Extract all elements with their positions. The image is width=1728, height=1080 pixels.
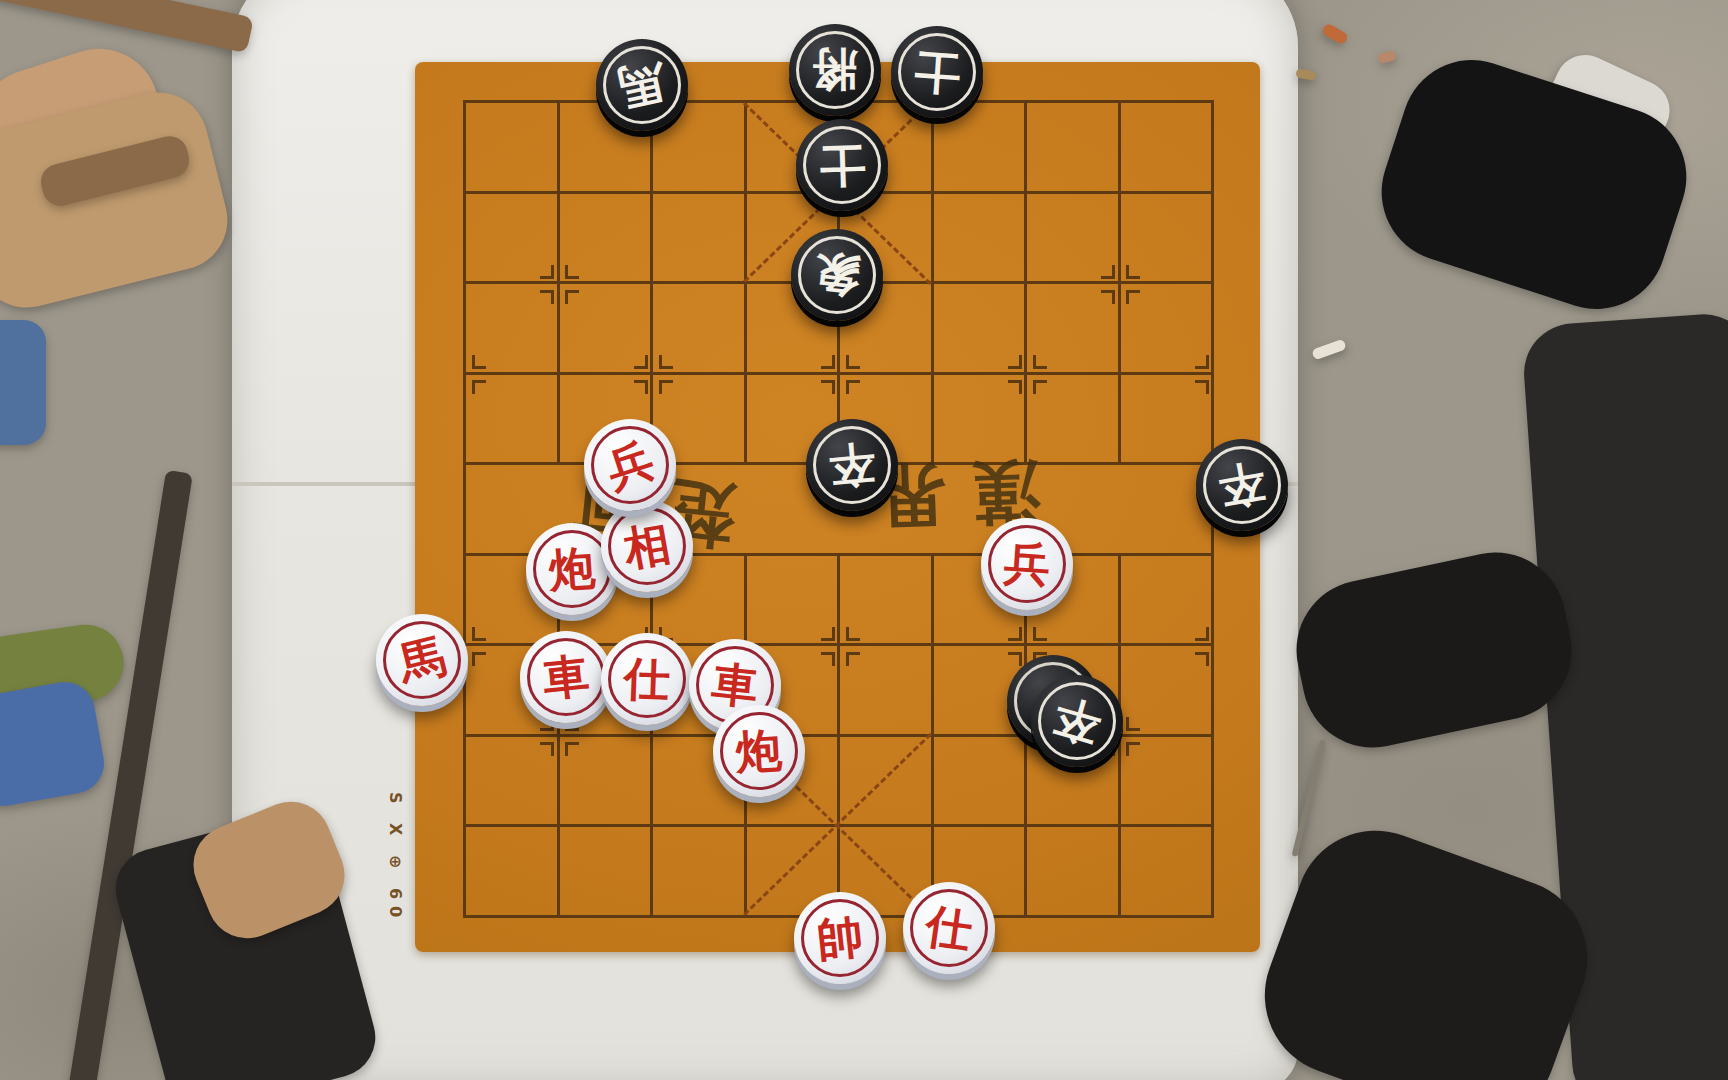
piece-red-elephant[interactable]: 相 [601,500,693,592]
street-xiangqi-photo: 楚河 漢界 S X ⊕ 60 馬將士士象卒卒卒炮相兵兵馬車仕車炮帥仕 [0,0,1728,1080]
point-marker-corner [634,380,648,394]
piece-character: 車 [710,659,761,710]
point-marker-corner [1126,265,1140,279]
point-marker-corner [1101,265,1115,279]
piece-red-advisor[interactable]: 仕 [903,882,995,974]
piece-character: 兵 [1002,539,1051,588]
piece-character: 士 [912,47,961,96]
piece-red-soldier[interactable]: 兵 [584,419,676,511]
piece-character: 車 [541,651,592,702]
point-marker-corner [846,380,860,394]
grid-line-v [557,100,560,462]
piece-character: 馬 [614,57,669,112]
grid-line-v [1118,100,1121,462]
point-marker-corner [1126,742,1140,756]
point-marker-corner [1008,652,1022,666]
piece-black-general[interactable]: 將 [789,24,881,116]
point-marker-corner [540,265,554,279]
point-marker-corner [1195,627,1209,641]
piece-black-soldier[interactable]: 卒 [806,419,898,511]
point-marker-corner [659,380,673,394]
point-marker-corner [1033,355,1047,369]
grid-line-v [650,553,653,915]
point-marker-corner [821,380,835,394]
piece-character: 卒 [1215,458,1268,511]
point-marker-corner [472,380,486,394]
debris-3 [1295,68,1316,80]
point-marker-corner [846,355,860,369]
wood-stick [0,0,254,53]
point-marker-corner [659,355,673,369]
point-marker-corner [1126,717,1140,731]
blue-object [0,320,46,445]
grid-line-v [650,100,653,462]
point-marker-corner [1126,290,1140,304]
piece-character: 將 [812,47,858,93]
cigarette-butt [1311,339,1347,361]
piece-black-soldier[interactable]: 卒 [1196,439,1288,531]
piece-black-horse[interactable]: 馬 [596,39,688,131]
point-marker-corner [472,355,486,369]
piece-character: 炮 [547,544,596,593]
point-marker-corner [1008,355,1022,369]
point-marker-corner [1195,380,1209,394]
piece-character: 相 [620,519,673,572]
point-marker-corner [472,627,486,641]
point-marker-corner [565,265,579,279]
piece-black-advisor[interactable]: 士 [891,26,983,118]
board-stamp: S X ⊕ 60 [386,792,405,924]
point-marker-corner [846,652,860,666]
point-marker-corner [1033,380,1047,394]
piece-black-advisor[interactable]: 士 [796,119,888,211]
piece-black-elephant[interactable]: 象 [791,229,883,321]
grid-line-v [463,100,466,915]
point-marker-corner [1008,627,1022,641]
point-marker-corner [821,355,835,369]
piece-red-chariot[interactable]: 車 [520,631,612,723]
piece-red-advisor[interactable]: 仕 [601,633,693,725]
black-shoe-mid-right [1284,540,1585,761]
point-marker-corner [846,627,860,641]
piece-character: 仕 [923,902,975,954]
point-marker-corner [634,355,648,369]
piece-red-cannon[interactable]: 炮 [713,705,805,797]
piece-character: 象 [811,249,862,300]
piece-character: 士 [818,141,866,189]
piece-red-soldier[interactable]: 兵 [981,518,1073,610]
piece-character: 卒 [827,440,877,490]
point-marker-corner [1008,380,1022,394]
piece-black-soldier[interactable]: 卒 [1031,675,1123,767]
piece-character: 帥 [814,913,865,964]
table-fold-seam-left [232,482,417,486]
point-marker-corner [1195,652,1209,666]
grid-line-v [1024,100,1027,462]
piece-character: 仕 [623,655,671,703]
grid-line-v [837,553,840,915]
point-marker-corner [821,652,835,666]
point-marker-corner [540,290,554,304]
point-marker-corner [565,742,579,756]
piece-red-horse[interactable]: 馬 [376,614,468,706]
point-marker-corner [1033,627,1047,641]
piece-character: 炮 [735,727,783,775]
debris-1 [1321,22,1350,45]
point-marker-corner [1101,290,1115,304]
piece-red-general[interactable]: 帥 [794,892,886,984]
point-marker-corner [1195,355,1209,369]
debris-2 [1377,50,1397,64]
point-marker-corner [540,742,554,756]
point-marker-corner [472,652,486,666]
point-marker-corner [821,627,835,641]
point-marker-corner [565,290,579,304]
